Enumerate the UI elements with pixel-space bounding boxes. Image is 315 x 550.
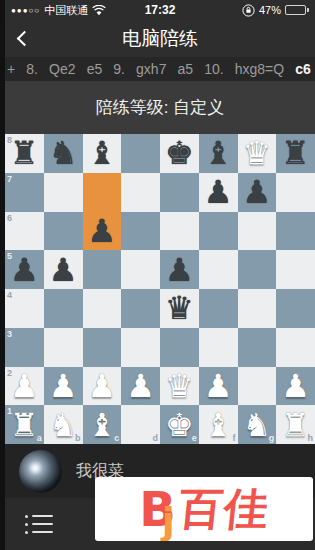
- piece-white-pawn: ♟: [199, 367, 238, 406]
- square-g4[interactable]: [238, 289, 277, 328]
- square-g8[interactable]: ♛: [238, 134, 277, 173]
- square-b4[interactable]: [44, 289, 83, 328]
- nav-bar: 电脑陪练: [5, 20, 315, 57]
- square-b5[interactable]: ♟: [44, 250, 83, 289]
- move-token[interactable]: 9.: [113, 61, 125, 77]
- square-f3[interactable]: [199, 328, 238, 367]
- move-list-menu-icon[interactable]: [21, 511, 57, 538]
- piece-white-pawn: ♟: [276, 367, 315, 406]
- piece-white-pawn: ♟: [121, 367, 160, 406]
- square-h2[interactable]: ♟: [276, 367, 315, 406]
- chess-board: 8♜♞♝♚♝♛♜7♟♟6♟5♟♟♟4♛32♟♟♟♟♛♟♟1a♜b♞c♝de♚f♝…: [5, 134, 315, 444]
- back-button[interactable]: [15, 28, 37, 50]
- piece-black-king: ♚: [160, 134, 199, 173]
- square-g7[interactable]: ♟: [238, 173, 277, 212]
- page-title: 电脑陪练: [5, 26, 315, 52]
- square-h6[interactable]: [276, 212, 315, 251]
- piece-white-bishop: ♝: [199, 405, 238, 444]
- square-e5[interactable]: ♟: [160, 250, 199, 289]
- square-e1[interactable]: e♚: [160, 405, 199, 444]
- piece-white-knight: ♞: [44, 405, 83, 444]
- piece-black-rook: ♜: [5, 134, 44, 173]
- piece-black-pawn: ♟: [199, 173, 238, 212]
- status-left: ●●●○○ 中国联通: [11, 3, 145, 18]
- square-e7[interactable]: [160, 173, 199, 212]
- square-h8[interactable]: ♜: [276, 134, 315, 173]
- square-h5[interactable]: [276, 250, 315, 289]
- piece-black-knight: ♞: [44, 134, 83, 173]
- status-right: 47%: [175, 4, 309, 17]
- opponent-avatar: [19, 450, 62, 493]
- move-token[interactable]: 10.: [204, 61, 223, 77]
- square-a3[interactable]: 3: [5, 328, 44, 367]
- piece-white-pawn: ♟: [44, 367, 83, 406]
- file-label: d: [153, 433, 159, 443]
- square-c5[interactable]: [83, 250, 122, 289]
- square-a7[interactable]: 7: [5, 173, 44, 212]
- orientation-lock-icon: [242, 4, 255, 17]
- move-token[interactable]: hxg8=Q: [235, 61, 284, 77]
- level-banner[interactable]: 陪练等级: 自定义: [5, 81, 315, 134]
- square-h4[interactable]: [276, 289, 315, 328]
- app-screen: ●●●○○ 中国联通 17:32 47%: [5, 0, 315, 550]
- square-h1[interactable]: h♜: [276, 405, 315, 444]
- move-token[interactable]: Qe2: [49, 61, 75, 77]
- square-a8[interactable]: 8♜: [5, 134, 44, 173]
- square-c6[interactable]: ♟: [83, 212, 122, 251]
- move-token[interactable]: e5: [87, 61, 103, 77]
- piece-white-rook: ♜: [276, 405, 315, 444]
- rank-label: 6: [7, 213, 12, 223]
- square-d3[interactable]: [121, 328, 160, 367]
- square-b1[interactable]: b♞: [44, 405, 83, 444]
- square-c4[interactable]: [83, 289, 122, 328]
- square-a1[interactable]: 1a♜: [5, 405, 44, 444]
- square-f8[interactable]: ♝: [199, 134, 238, 173]
- square-f7[interactable]: ♟: [199, 173, 238, 212]
- watermark-text: 百佳: [176, 480, 272, 539]
- piece-white-pawn: ♟: [83, 367, 122, 406]
- square-d2[interactable]: ♟: [121, 367, 160, 406]
- piece-black-pawn: ♟: [44, 250, 83, 289]
- move-current[interactable]: c6: [295, 61, 311, 77]
- watermark-overlay: Bj 百佳: [95, 477, 313, 541]
- move-token[interactable]: 8.: [26, 61, 38, 77]
- square-b3[interactable]: [44, 328, 83, 367]
- wifi-icon: [92, 5, 106, 16]
- piece-white-bishop: ♝: [83, 405, 122, 444]
- piece-black-pawn: ♟: [160, 250, 199, 289]
- piece-black-pawn: ♟: [5, 250, 44, 289]
- square-c2[interactable]: ♟: [83, 367, 122, 406]
- piece-white-queen: ♛: [238, 134, 277, 173]
- move-list[interactable]: +8.Qe2e59.gxh7a510.hxg8=Qc6: [5, 57, 315, 81]
- square-a4[interactable]: 4: [5, 289, 44, 328]
- cell-signal-icon: ●●●○○: [11, 6, 40, 15]
- square-e4[interactable]: ♛: [160, 289, 199, 328]
- level-banner-label: 陪练等级: 自定义: [96, 96, 224, 119]
- battery-percent-label: 47%: [259, 4, 281, 16]
- watermark-logo: Bj: [139, 485, 175, 533]
- square-b2[interactable]: ♟: [44, 367, 83, 406]
- square-c1[interactable]: c♝: [83, 405, 122, 444]
- move-token[interactable]: a5: [178, 61, 194, 77]
- move-token[interactable]: gxh7: [136, 61, 166, 77]
- piece-white-king: ♚: [160, 405, 199, 444]
- rank-label: 3: [7, 329, 12, 339]
- piece-white-rook: ♜: [5, 405, 44, 444]
- square-g1[interactable]: g♞: [238, 405, 277, 444]
- square-d8[interactable]: [121, 134, 160, 173]
- battery-icon: [285, 5, 309, 15]
- square-c7[interactable]: [83, 173, 122, 212]
- square-b8[interactable]: ♞: [44, 134, 83, 173]
- square-e3[interactable]: [160, 328, 199, 367]
- back-chevron-icon: [17, 31, 33, 47]
- square-g5[interactable]: [238, 250, 277, 289]
- square-h7[interactable]: [276, 173, 315, 212]
- square-f5[interactable]: [199, 250, 238, 289]
- square-a6[interactable]: 6: [5, 212, 44, 251]
- piece-white-knight: ♞: [238, 405, 277, 444]
- piece-black-pawn: ♟: [238, 173, 277, 212]
- square-e6[interactable]: [160, 212, 199, 251]
- piece-black-bishop: ♝: [83, 134, 122, 173]
- square-d7[interactable]: [121, 173, 160, 212]
- square-e2[interactable]: ♛: [160, 367, 199, 406]
- square-a2[interactable]: 2♟: [5, 367, 44, 406]
- piece-black-rook: ♜: [276, 134, 315, 173]
- square-f2[interactable]: ♟: [199, 367, 238, 406]
- square-f1[interactable]: f♝: [199, 405, 238, 444]
- square-d5[interactable]: [121, 250, 160, 289]
- piece-black-pawn: ♟: [83, 212, 122, 251]
- carrier-label: 中国联通: [44, 3, 88, 18]
- square-b6[interactable]: [44, 212, 83, 251]
- square-h3[interactable]: [276, 328, 315, 367]
- square-g6[interactable]: [238, 212, 277, 251]
- rank-label: 7: [7, 174, 12, 184]
- square-c8[interactable]: ♝: [83, 134, 122, 173]
- square-a5[interactable]: 5♟: [5, 250, 44, 289]
- square-g2[interactable]: [238, 367, 277, 406]
- square-f6[interactable]: [199, 212, 238, 251]
- square-c3[interactable]: [83, 328, 122, 367]
- square-d1[interactable]: d: [121, 405, 160, 444]
- square-d6[interactable]: [121, 212, 160, 251]
- piece-white-pawn: ♟: [5, 367, 44, 406]
- square-g3[interactable]: [238, 328, 277, 367]
- move-token[interactable]: +: [7, 61, 15, 77]
- square-f4[interactable]: [199, 289, 238, 328]
- piece-black-bishop: ♝: [199, 134, 238, 173]
- rank-label: 4: [7, 290, 12, 300]
- piece-black-queen: ♛: [160, 289, 199, 328]
- clock-label: 17:32: [145, 3, 176, 17]
- square-b7[interactable]: [44, 173, 83, 212]
- square-e8[interactable]: ♚: [160, 134, 199, 173]
- square-d4[interactable]: [121, 289, 160, 328]
- piece-white-queen: ♛: [160, 367, 199, 406]
- status-bar: ●●●○○ 中国联通 17:32 47%: [5, 0, 315, 20]
